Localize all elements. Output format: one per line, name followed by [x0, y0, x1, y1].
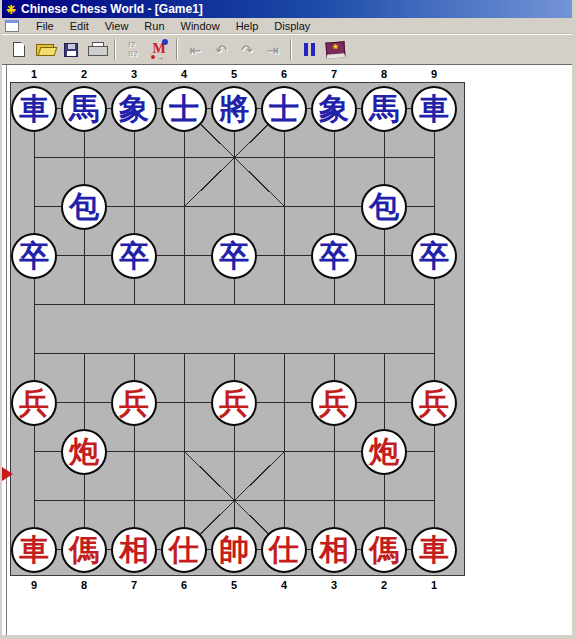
document-window-icon[interactable]: [5, 20, 19, 32]
annotated-move-button[interactable]: M→: [146, 38, 172, 62]
new-button[interactable]: [6, 38, 32, 62]
xiangqi-board[interactable]: 車馬象士將士象馬車包包卒卒卒卒卒兵兵兵兵兵炮炮車傌相仕帥仕相傌車: [10, 82, 465, 576]
piece-blue-elephant[interactable]: 象: [311, 86, 357, 132]
piece-red-soldier[interactable]: 兵: [411, 380, 457, 426]
piece-blue-soldier[interactable]: 卒: [411, 233, 457, 279]
bottom-file-label: 9: [9, 579, 59, 591]
redo-button: ↷: [234, 38, 260, 62]
top-file-label: 3: [109, 68, 159, 80]
piece-red-elephant[interactable]: 相: [311, 527, 357, 573]
bottom-file-label: 6: [159, 579, 209, 591]
new-document-icon: [13, 42, 25, 57]
top-file-label: 8: [359, 68, 409, 80]
top-file-label: 5: [209, 68, 259, 80]
menu-item-display[interactable]: Display: [266, 19, 318, 33]
menu-item-window[interactable]: Window: [173, 19, 228, 33]
piece-red-horse[interactable]: 傌: [361, 527, 407, 573]
top-file-label: 2: [59, 68, 109, 80]
piece-red-cannon[interactable]: 炮: [61, 429, 107, 475]
menu-item-file[interactable]: File: [28, 19, 62, 33]
go-last-button: ⇥: [260, 38, 286, 62]
hint-icon: !?!!?: [128, 41, 138, 58]
undo-icon: ↶: [215, 43, 227, 57]
window-title: Chinese Chess World - [Game1]: [21, 2, 203, 16]
hint-button: !?!!?: [120, 38, 146, 62]
piece-blue-soldier[interactable]: 卒: [111, 233, 157, 279]
game-client-area: 123456789 車馬象士將士象馬車包包卒卒卒卒卒兵兵兵兵兵炮炮車傌相仕帥仕相…: [2, 64, 572, 635]
piece-blue-cannon[interactable]: 包: [61, 184, 107, 230]
piece-red-soldier[interactable]: 兵: [311, 380, 357, 426]
go-first-button: ⇤: [182, 38, 208, 62]
top-file-label: 7: [309, 68, 359, 80]
menu-bar: FileEditViewRunWindowHelpDisplay: [2, 18, 572, 34]
annotated-move-icon: M→: [148, 39, 170, 60]
print-button[interactable]: [84, 38, 110, 62]
top-file-label: 6: [259, 68, 309, 80]
bottom-file-label: 1: [409, 579, 459, 591]
piece-blue-cannon[interactable]: 包: [361, 184, 407, 230]
title-bar[interactable]: +× Chinese Chess World - [Game1]: [2, 0, 572, 18]
bottom-file-label: 2: [359, 579, 409, 591]
piece-blue-elephant[interactable]: 象: [111, 86, 157, 132]
menu-item-view[interactable]: View: [97, 19, 137, 33]
piece-red-chariot[interactable]: 車: [411, 527, 457, 573]
piece-red-soldier[interactable]: 兵: [211, 380, 257, 426]
piece-blue-horse[interactable]: 馬: [361, 86, 407, 132]
app-window: +× Chinese Chess World - [Game1] FileEdi…: [0, 0, 576, 639]
go-first-icon: ⇤: [189, 43, 201, 57]
bottom-file-label: 5: [209, 579, 259, 591]
piece-blue-soldier[interactable]: 卒: [311, 233, 357, 279]
top-file-label: 1: [9, 68, 59, 80]
piece-blue-soldier[interactable]: 卒: [211, 233, 257, 279]
piece-blue-soldier[interactable]: 卒: [11, 233, 57, 279]
piece-blue-chariot[interactable]: 車: [11, 86, 57, 132]
bottom-file-label: 7: [109, 579, 159, 591]
piece-red-elephant[interactable]: 相: [111, 527, 157, 573]
piece-blue-advisor[interactable]: 士: [261, 86, 307, 132]
piece-blue-advisor[interactable]: 士: [161, 86, 207, 132]
menu-item-edit[interactable]: Edit: [62, 19, 97, 33]
bottom-file-label: 3: [309, 579, 359, 591]
piece-red-advisor[interactable]: 仕: [261, 527, 307, 573]
top-file-label: 4: [159, 68, 209, 80]
opening-book-icon: *: [325, 41, 345, 58]
toolbar-separator: [176, 39, 178, 60]
piece-red-general[interactable]: 帥: [211, 527, 257, 573]
undo-button: ↶: [208, 38, 234, 62]
piece-red-horse[interactable]: 傌: [61, 527, 107, 573]
piece-blue-chariot[interactable]: 車: [411, 86, 457, 132]
save-button[interactable]: [58, 38, 84, 62]
bottom-file-label: 4: [259, 579, 309, 591]
menu-item-help[interactable]: Help: [228, 19, 267, 33]
toolbar-separator: [114, 39, 116, 60]
top-file-label: 9: [409, 68, 459, 80]
pieces-layer: 車馬象士將士象馬車包包卒卒卒卒卒兵兵兵兵兵炮炮車傌相仕帥仕相傌車: [9, 84, 459, 574]
open-folder-icon: [36, 43, 55, 56]
pause-icon: [304, 43, 315, 56]
print-icon: [88, 42, 107, 57]
toolbar-separator: [290, 39, 292, 60]
opening-book-button[interactable]: *: [322, 38, 348, 62]
top-file-labels: 123456789: [9, 68, 459, 80]
menu-item-run[interactable]: Run: [136, 19, 172, 33]
bottom-file-labels: 987654321: [9, 579, 459, 591]
open-button[interactable]: [32, 38, 58, 62]
go-last-icon: ⇥: [267, 43, 279, 57]
app-icon: +×: [4, 2, 18, 16]
piece-red-chariot[interactable]: 車: [11, 527, 57, 573]
bottom-file-label: 8: [59, 579, 109, 591]
piece-red-advisor[interactable]: 仕: [161, 527, 207, 573]
piece-blue-general[interactable]: 將: [211, 86, 257, 132]
menu-items: FileEditViewRunWindowHelpDisplay: [28, 19, 318, 33]
toolbar: !?!!?M→⇤↶↷⇥*: [2, 34, 572, 64]
piece-red-soldier[interactable]: 兵: [11, 380, 57, 426]
piece-red-soldier[interactable]: 兵: [111, 380, 157, 426]
piece-blue-horse[interactable]: 馬: [61, 86, 107, 132]
piece-red-cannon[interactable]: 炮: [361, 429, 407, 475]
redo-icon: ↷: [241, 43, 253, 57]
save-icon: [64, 43, 78, 57]
red-turn-indicator-icon: [2, 467, 13, 481]
pause-button[interactable]: [296, 38, 322, 62]
